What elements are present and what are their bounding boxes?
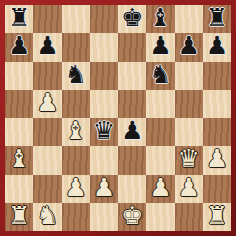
square-c5[interactable] (62, 90, 90, 118)
piece-white-queen: ♛ (177, 146, 199, 173)
square-h8[interactable]: ♜ (203, 5, 231, 33)
piece-black-knight: ♞ (149, 62, 171, 89)
square-c8[interactable] (62, 5, 90, 33)
piece-white-rook: ♜ (8, 203, 30, 230)
piece-black-pawn: ♟ (8, 33, 30, 60)
piece-white-bishop: ♝ (64, 118, 86, 145)
square-e5[interactable] (118, 90, 146, 118)
square-b2[interactable] (33, 175, 61, 203)
piece-black-bishop: ♝ (149, 5, 171, 32)
square-d4[interactable]: ♛ (90, 118, 118, 146)
square-f7[interactable]: ♟ (146, 33, 174, 61)
square-e3[interactable] (118, 146, 146, 174)
square-f5[interactable] (146, 90, 174, 118)
piece-white-pawn: ♟ (206, 146, 228, 173)
square-d5[interactable] (90, 90, 118, 118)
square-b6[interactable] (33, 62, 61, 90)
square-d1[interactable] (90, 203, 118, 231)
piece-white-pawn: ♟ (64, 175, 86, 202)
piece-black-pawn: ♟ (149, 33, 171, 60)
square-d6[interactable] (90, 62, 118, 90)
piece-black-pawn: ♟ (206, 33, 228, 60)
board-frame: ♜♚♝♜♟♟♟♟♟♞♞♟♝♛♟♝♛♟♟♟♟♟♜♞♚♜ (0, 0, 236, 236)
square-g4[interactable] (175, 118, 203, 146)
square-h6[interactable] (203, 62, 231, 90)
square-d2[interactable]: ♟ (90, 175, 118, 203)
square-e4[interactable]: ♟ (118, 118, 146, 146)
piece-black-knight: ♞ (64, 62, 86, 89)
square-a4[interactable] (5, 118, 33, 146)
square-h4[interactable] (203, 118, 231, 146)
square-c3[interactable] (62, 146, 90, 174)
piece-black-rook: ♜ (8, 5, 30, 32)
square-c2[interactable]: ♟ (62, 175, 90, 203)
square-e2[interactable] (118, 175, 146, 203)
square-b1[interactable]: ♞ (33, 203, 61, 231)
square-a8[interactable]: ♜ (5, 5, 33, 33)
square-f4[interactable] (146, 118, 174, 146)
square-f2[interactable]: ♟ (146, 175, 174, 203)
square-g7[interactable]: ♟ (175, 33, 203, 61)
piece-black-queen: ♛ (93, 118, 115, 145)
square-h3[interactable]: ♟ (203, 146, 231, 174)
square-f1[interactable] (146, 203, 174, 231)
square-a3[interactable]: ♝ (5, 146, 33, 174)
square-b3[interactable] (33, 146, 61, 174)
square-e8[interactable]: ♚ (118, 5, 146, 33)
piece-black-pawn: ♟ (121, 118, 143, 145)
square-b7[interactable]: ♟ (33, 33, 61, 61)
piece-black-pawn: ♟ (177, 33, 199, 60)
square-b4[interactable] (33, 118, 61, 146)
square-a5[interactable] (5, 90, 33, 118)
square-h5[interactable] (203, 90, 231, 118)
piece-white-pawn: ♟ (149, 175, 171, 202)
square-d8[interactable] (90, 5, 118, 33)
square-g8[interactable] (175, 5, 203, 33)
square-d3[interactable] (90, 146, 118, 174)
square-c6[interactable]: ♞ (62, 62, 90, 90)
square-f8[interactable]: ♝ (146, 5, 174, 33)
piece-white-bishop: ♝ (8, 146, 30, 173)
piece-black-rook: ♜ (206, 5, 228, 32)
square-h1[interactable]: ♜ (203, 203, 231, 231)
piece-black-pawn: ♟ (36, 33, 58, 60)
piece-black-king: ♚ (121, 5, 143, 32)
piece-white-king: ♚ (121, 203, 143, 230)
square-b5[interactable]: ♟ (33, 90, 61, 118)
square-a7[interactable]: ♟ (5, 33, 33, 61)
chess-board: ♜♚♝♜♟♟♟♟♟♞♞♟♝♛♟♝♛♟♟♟♟♟♜♞♚♜ (5, 5, 231, 231)
square-e6[interactable] (118, 62, 146, 90)
square-h7[interactable]: ♟ (203, 33, 231, 61)
piece-white-pawn: ♟ (36, 90, 58, 117)
piece-white-knight: ♞ (36, 203, 58, 230)
square-a6[interactable] (5, 62, 33, 90)
square-g3[interactable]: ♛ (175, 146, 203, 174)
piece-white-pawn: ♟ (177, 175, 199, 202)
square-a2[interactable] (5, 175, 33, 203)
square-f3[interactable] (146, 146, 174, 174)
square-f6[interactable]: ♞ (146, 62, 174, 90)
square-c1[interactable] (62, 203, 90, 231)
square-c7[interactable] (62, 33, 90, 61)
square-g5[interactable] (175, 90, 203, 118)
square-b8[interactable] (33, 5, 61, 33)
square-g6[interactable] (175, 62, 203, 90)
square-c4[interactable]: ♝ (62, 118, 90, 146)
square-h2[interactable] (203, 175, 231, 203)
piece-white-pawn: ♟ (93, 175, 115, 202)
square-e7[interactable] (118, 33, 146, 61)
square-a1[interactable]: ♜ (5, 203, 33, 231)
piece-white-rook: ♜ (206, 203, 228, 230)
square-g1[interactable] (175, 203, 203, 231)
square-g2[interactable]: ♟ (175, 175, 203, 203)
square-d7[interactable] (90, 33, 118, 61)
square-e1[interactable]: ♚ (118, 203, 146, 231)
